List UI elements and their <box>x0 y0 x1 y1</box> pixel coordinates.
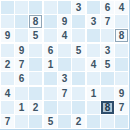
sudoku-cell-r3c5[interactable]: 4 <box>58 29 71 42</box>
sudoku-cell-r9c6[interactable]: 2 <box>72 115 85 128</box>
sudoku-box-6: 345 <box>87 44 128 85</box>
sudoku-cell-r3c1[interactable]: 9 <box>1 29 14 42</box>
sudoku-cell-r8c7[interactable] <box>87 101 100 114</box>
sudoku-cell-r5c3[interactable] <box>29 58 42 71</box>
sudoku-box-2: 394 <box>44 1 85 42</box>
sudoku-cell-r7c9[interactable]: 9 <box>115 87 128 100</box>
sudoku-cell-r1c1[interactable] <box>1 1 14 14</box>
sudoku-cell-r5c2[interactable]: 7 <box>15 58 28 71</box>
sudoku-cell-r8c6[interactable] <box>72 101 85 114</box>
sudoku-cell-r6c4[interactable] <box>44 72 57 85</box>
sudoku-cell-r8c8[interactable]: 8 <box>101 101 114 114</box>
sudoku-cell-r6c9[interactable] <box>115 72 128 85</box>
sudoku-cell-r8c9[interactable]: 7 <box>115 101 128 114</box>
sudoku-cell-r1c5[interactable] <box>58 1 71 14</box>
sudoku-cell-r6c3[interactable] <box>29 72 42 85</box>
sudoku-cell-r1c3[interactable] <box>29 1 42 14</box>
sudoku-cell-r5c7[interactable]: 4 <box>87 58 100 71</box>
sudoku-box-1: 895 <box>1 1 42 42</box>
sudoku-cell-r8c4[interactable] <box>44 101 57 114</box>
sudoku-cell-r3c7[interactable] <box>87 29 100 42</box>
sudoku-cell-r9c2[interactable] <box>15 115 28 128</box>
sudoku-cell-r2c1[interactable] <box>1 15 14 28</box>
sudoku-cell-r1c7[interactable] <box>87 1 100 14</box>
sudoku-cell-r2c3[interactable]: 8 <box>29 15 42 28</box>
sudoku-cell-r9c8[interactable] <box>101 115 114 128</box>
sudoku-cell-r3c4[interactable] <box>44 29 57 42</box>
sudoku-cell-r2c2[interactable] <box>15 15 28 28</box>
sudoku-cell-r3c8[interactable] <box>101 29 114 42</box>
sudoku-cell-r7c3[interactable] <box>29 87 42 100</box>
sudoku-cell-r4c6[interactable]: 5 <box>72 44 85 57</box>
sudoku-box-8: 752 <box>44 87 85 128</box>
sudoku-cell-r4c3[interactable] <box>29 44 42 57</box>
sudoku-cell-r5c9[interactable] <box>115 58 128 71</box>
sudoku-cell-r2c9[interactable] <box>115 15 128 28</box>
sudoku-board: 895394643789276651334541277521987 <box>0 0 129 129</box>
sudoku-cell-r8c2[interactable]: 1 <box>15 101 28 114</box>
sudoku-cell-r2c6[interactable] <box>72 15 85 28</box>
sudoku-cell-r8c5[interactable] <box>58 101 71 114</box>
sudoku-cell-r3c2[interactable] <box>15 29 28 42</box>
sudoku-cell-r7c2[interactable] <box>15 87 28 100</box>
sudoku-cell-r5c1[interactable]: 2 <box>1 58 14 71</box>
sudoku-box-5: 6513 <box>44 44 85 85</box>
sudoku-cell-r4c1[interactable] <box>1 44 14 57</box>
sudoku-cell-r7c5[interactable]: 7 <box>58 87 71 100</box>
sudoku-cell-r1c8[interactable]: 6 <box>101 1 114 14</box>
sudoku-cell-r6c8[interactable] <box>101 72 114 85</box>
sudoku-cell-r2c7[interactable]: 3 <box>87 15 100 28</box>
sudoku-cell-r1c6[interactable]: 3 <box>72 1 85 14</box>
sudoku-cell-r4c8[interactable]: 3 <box>101 44 114 57</box>
sudoku-cell-r1c2[interactable] <box>15 1 28 14</box>
sudoku-cell-r2c8[interactable]: 7 <box>101 15 114 28</box>
sudoku-cell-r9c4[interactable]: 5 <box>44 115 57 128</box>
sudoku-cell-r6c1[interactable] <box>1 72 14 85</box>
sudoku-cell-r1c4[interactable] <box>44 1 57 14</box>
sudoku-cell-r6c2[interactable]: 6 <box>15 72 28 85</box>
sudoku-box-9: 1987 <box>87 87 128 128</box>
sudoku-cell-r9c1[interactable]: 7 <box>1 115 14 128</box>
sudoku-cell-r6c7[interactable] <box>87 72 100 85</box>
sudoku-cell-r4c2[interactable]: 9 <box>15 44 28 57</box>
sudoku-cell-r8c3[interactable]: 2 <box>29 101 42 114</box>
sudoku-cell-r8c1[interactable] <box>1 101 14 114</box>
sudoku-box-3: 64378 <box>87 1 128 42</box>
sudoku-cell-r2c5[interactable]: 9 <box>58 15 71 28</box>
sudoku-cell-r5c8[interactable]: 5 <box>101 58 114 71</box>
sudoku-cell-r9c9[interactable] <box>115 115 128 128</box>
sudoku-cell-r9c5[interactable] <box>58 115 71 128</box>
sudoku-cell-r6c5[interactable]: 3 <box>58 72 71 85</box>
sudoku-cell-r3c3[interactable]: 5 <box>29 29 42 42</box>
sudoku-cell-r7c6[interactable] <box>72 87 85 100</box>
sudoku-cell-r7c8[interactable] <box>101 87 114 100</box>
sudoku-cell-r6c6[interactable] <box>72 72 85 85</box>
sudoku-cell-r3c6[interactable] <box>72 29 85 42</box>
sudoku-cell-r5c5[interactable] <box>58 58 71 71</box>
sudoku-cell-r5c4[interactable]: 1 <box>44 58 57 71</box>
sudoku-cell-r4c7[interactable] <box>87 44 100 57</box>
sudoku-cell-r4c5[interactable] <box>58 44 71 57</box>
sudoku-cell-r7c7[interactable]: 1 <box>87 87 100 100</box>
sudoku-cell-r4c9[interactable] <box>115 44 128 57</box>
sudoku-cell-r7c1[interactable]: 4 <box>1 87 14 100</box>
sudoku-cell-r9c3[interactable] <box>29 115 42 128</box>
sudoku-cell-r4c4[interactable]: 6 <box>44 44 57 57</box>
sudoku-box-4: 9276 <box>1 44 42 85</box>
sudoku-cell-r1c9[interactable]: 4 <box>115 1 128 14</box>
sudoku-box-7: 4127 <box>1 87 42 128</box>
sudoku-cell-r5c6[interactable] <box>72 58 85 71</box>
sudoku-cell-r3c9[interactable]: 8 <box>115 29 128 42</box>
sudoku-cell-r9c7[interactable] <box>87 115 100 128</box>
sudoku-cell-r7c4[interactable] <box>44 87 57 100</box>
sudoku-cell-r2c4[interactable] <box>44 15 57 28</box>
